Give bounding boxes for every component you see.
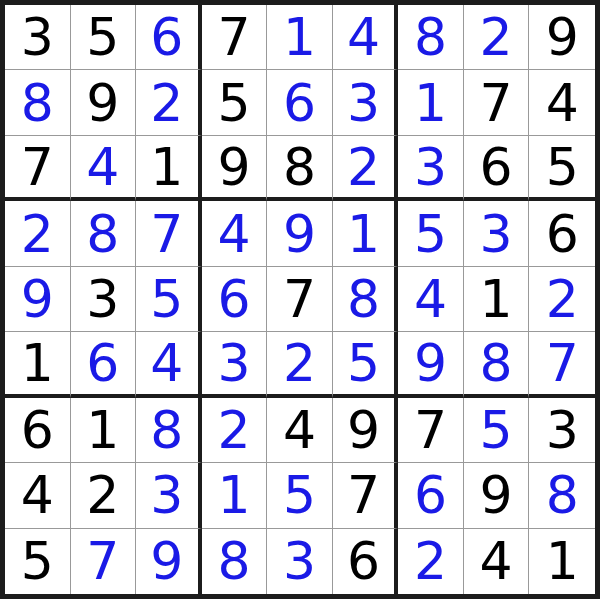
cell-r8c1[interactable]: 4	[5, 463, 71, 528]
cell-r8c6[interactable]: 7	[333, 463, 399, 528]
sudoku-board: 3567148298925631747419823652874915369356…	[0, 0, 600, 599]
cell-r6c5[interactable]: 2	[267, 332, 333, 397]
cell-r1c6[interactable]: 4	[333, 5, 399, 70]
cell-r9c1[interactable]: 5	[5, 529, 71, 594]
cell-r8c5[interactable]: 5	[267, 463, 333, 528]
cell-r2c4[interactable]: 5	[202, 70, 268, 135]
cell-r1c2[interactable]: 5	[71, 5, 137, 70]
cell-r8c4[interactable]: 1	[202, 463, 268, 528]
cell-r2c9[interactable]: 4	[529, 70, 595, 135]
cell-r4c8[interactable]: 3	[464, 201, 530, 266]
cell-r7c7[interactable]: 7	[398, 398, 464, 463]
cell-r7c6[interactable]: 9	[333, 398, 399, 463]
cell-r9c8[interactable]: 4	[464, 529, 530, 594]
cell-r9c9[interactable]: 1	[529, 529, 595, 594]
cell-r8c2[interactable]: 2	[71, 463, 137, 528]
cell-r2c6[interactable]: 3	[333, 70, 399, 135]
cell-r3c9[interactable]: 5	[529, 136, 595, 201]
cell-r4c1[interactable]: 2	[5, 201, 71, 266]
cell-r4c4[interactable]: 4	[202, 201, 268, 266]
cell-r5c7[interactable]: 4	[398, 267, 464, 332]
cell-r7c5[interactable]: 4	[267, 398, 333, 463]
cell-r8c3[interactable]: 3	[136, 463, 202, 528]
cell-r4c9[interactable]: 6	[529, 201, 595, 266]
cell-r5c4[interactable]: 6	[202, 267, 268, 332]
cell-r6c4[interactable]: 3	[202, 332, 268, 397]
cell-r4c2[interactable]: 8	[71, 201, 137, 266]
cell-r2c3[interactable]: 2	[136, 70, 202, 135]
cell-r4c7[interactable]: 5	[398, 201, 464, 266]
cell-r2c2[interactable]: 9	[71, 70, 137, 135]
cell-r8c9[interactable]: 8	[529, 463, 595, 528]
cell-r6c3[interactable]: 4	[136, 332, 202, 397]
cell-r9c6[interactable]: 6	[333, 529, 399, 594]
cell-r5c6[interactable]: 8	[333, 267, 399, 332]
cell-r1c3[interactable]: 6	[136, 5, 202, 70]
cell-r4c6[interactable]: 1	[333, 201, 399, 266]
cell-r3c7[interactable]: 3	[398, 136, 464, 201]
cell-r3c6[interactable]: 2	[333, 136, 399, 201]
cell-r5c5[interactable]: 7	[267, 267, 333, 332]
cell-r6c1[interactable]: 1	[5, 332, 71, 397]
cell-r7c8[interactable]: 5	[464, 398, 530, 463]
cell-r2c7[interactable]: 1	[398, 70, 464, 135]
cell-r3c4[interactable]: 9	[202, 136, 268, 201]
cell-r7c9[interactable]: 3	[529, 398, 595, 463]
cell-r1c8[interactable]: 2	[464, 5, 530, 70]
cell-r9c7[interactable]: 2	[398, 529, 464, 594]
cell-r6c9[interactable]: 7	[529, 332, 595, 397]
cell-r7c1[interactable]: 6	[5, 398, 71, 463]
cell-r9c3[interactable]: 9	[136, 529, 202, 594]
cell-r7c4[interactable]: 2	[202, 398, 268, 463]
cell-r6c8[interactable]: 8	[464, 332, 530, 397]
cell-r3c5[interactable]: 8	[267, 136, 333, 201]
cell-r5c2[interactable]: 3	[71, 267, 137, 332]
cell-r1c4[interactable]: 7	[202, 5, 268, 70]
cell-r7c3[interactable]: 8	[136, 398, 202, 463]
cell-r9c4[interactable]: 8	[202, 529, 268, 594]
cell-r9c5[interactable]: 3	[267, 529, 333, 594]
cell-r1c7[interactable]: 8	[398, 5, 464, 70]
cell-r3c8[interactable]: 6	[464, 136, 530, 201]
cell-r5c1[interactable]: 9	[5, 267, 71, 332]
cell-r5c9[interactable]: 2	[529, 267, 595, 332]
cell-r6c6[interactable]: 5	[333, 332, 399, 397]
cell-r1c1[interactable]: 3	[5, 5, 71, 70]
cell-r7c2[interactable]: 1	[71, 398, 137, 463]
cell-r4c3[interactable]: 7	[136, 201, 202, 266]
cell-r3c3[interactable]: 1	[136, 136, 202, 201]
cell-r6c7[interactable]: 9	[398, 332, 464, 397]
cell-r8c7[interactable]: 6	[398, 463, 464, 528]
cell-r2c5[interactable]: 6	[267, 70, 333, 135]
cell-r3c2[interactable]: 4	[71, 136, 137, 201]
cell-r8c8[interactable]: 9	[464, 463, 530, 528]
cell-r9c2[interactable]: 7	[71, 529, 137, 594]
cell-r2c1[interactable]: 8	[5, 70, 71, 135]
cell-r6c2[interactable]: 6	[71, 332, 137, 397]
cell-r5c8[interactable]: 1	[464, 267, 530, 332]
cell-r2c8[interactable]: 7	[464, 70, 530, 135]
cell-r3c1[interactable]: 7	[5, 136, 71, 201]
cell-r1c5[interactable]: 1	[267, 5, 333, 70]
cell-r1c9[interactable]: 9	[529, 5, 595, 70]
cell-r4c5[interactable]: 9	[267, 201, 333, 266]
cell-r5c3[interactable]: 5	[136, 267, 202, 332]
